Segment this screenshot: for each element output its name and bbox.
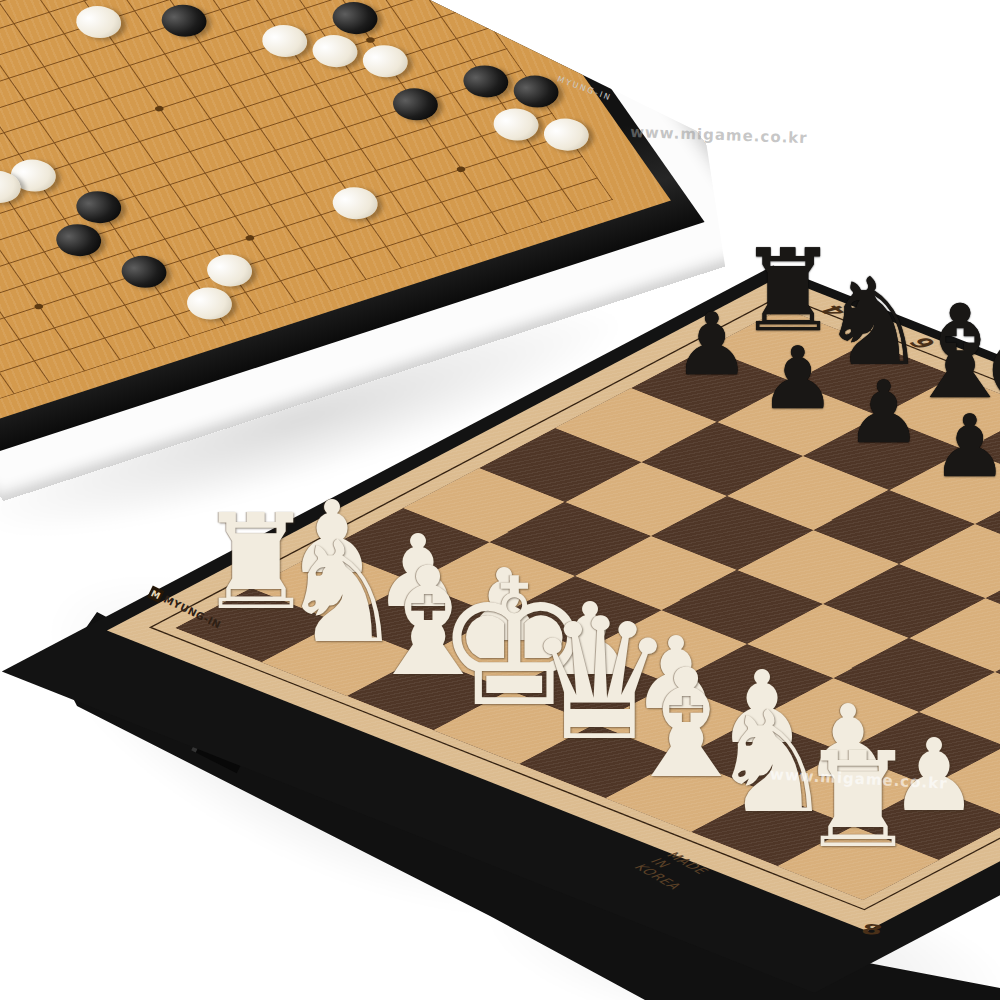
product-photo: MADE IN KOREA MYUNG-IN 4 6 8 MADE IN KOR… [0, 0, 1000, 1000]
